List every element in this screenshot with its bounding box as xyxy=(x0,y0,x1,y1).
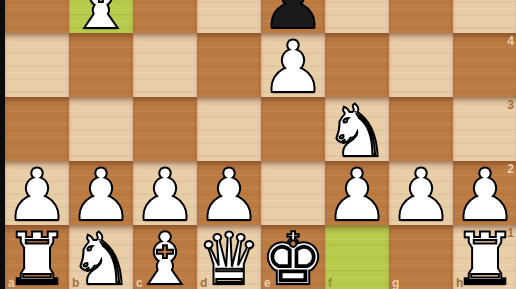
square-b5[interactable]: ♝ xyxy=(69,0,133,33)
rank-coordinate-2: 2 xyxy=(507,163,514,175)
square-a3[interactable] xyxy=(5,97,69,161)
square-g2[interactable]: ♟ xyxy=(389,161,453,225)
letterbox-strip xyxy=(0,0,5,289)
square-b1[interactable]: ♞b xyxy=(69,225,133,289)
square-d4[interactable] xyxy=(197,33,261,97)
square-g1[interactable]: g xyxy=(389,225,453,289)
square-c1[interactable]: ♝c xyxy=(133,225,197,289)
square-e3[interactable] xyxy=(261,97,325,161)
file-coordinate-g: g xyxy=(392,277,399,289)
square-a1[interactable]: ♜a xyxy=(5,225,69,289)
square-f3[interactable]: ♞ xyxy=(325,97,389,161)
square-f4[interactable] xyxy=(325,33,389,97)
rank-coordinate-3: 3 xyxy=(507,99,514,111)
file-coordinate-a: a xyxy=(8,277,15,289)
square-a5[interactable] xyxy=(5,0,69,33)
square-g5[interactable] xyxy=(389,0,453,33)
square-c2[interactable]: ♟ xyxy=(133,161,197,225)
white-pawn-e4[interactable]: ♟ xyxy=(261,31,326,103)
square-g3[interactable] xyxy=(389,97,453,161)
rank-coordinate-1: 1 xyxy=(507,227,514,239)
white-pawn-f2[interactable]: ♟ xyxy=(325,159,390,231)
square-h3[interactable]: 3 xyxy=(453,97,516,161)
square-d2[interactable]: ♟ xyxy=(197,161,261,225)
square-a2[interactable]: ♟ xyxy=(5,161,69,225)
square-b2[interactable]: ♟ xyxy=(69,161,133,225)
file-coordinate-b: b xyxy=(72,277,79,289)
rank-coordinate-4: 4 xyxy=(507,35,514,47)
file-coordinate-f: f xyxy=(328,277,332,289)
square-g4[interactable] xyxy=(389,33,453,97)
white-pawn-g2[interactable]: ♟ xyxy=(389,159,454,231)
file-coordinate-d: d xyxy=(200,277,207,289)
square-h1[interactable]: ♜1h xyxy=(453,225,516,289)
square-f1[interactable]: f xyxy=(325,225,389,289)
square-h2[interactable]: ♟2 xyxy=(453,161,516,225)
square-f5[interactable] xyxy=(325,0,389,33)
square-b3[interactable] xyxy=(69,97,133,161)
file-coordinate-c: c xyxy=(136,277,143,289)
file-coordinate-h: h xyxy=(456,277,463,289)
square-c4[interactable] xyxy=(133,33,197,97)
square-e2[interactable] xyxy=(261,161,325,225)
square-b4[interactable] xyxy=(69,33,133,97)
square-f2[interactable]: ♟ xyxy=(325,161,389,225)
square-c3[interactable] xyxy=(133,97,197,161)
square-d5[interactable] xyxy=(197,0,261,33)
square-d1[interactable]: ♛d xyxy=(197,225,261,289)
square-c5[interactable] xyxy=(133,0,197,33)
square-h5[interactable] xyxy=(453,0,516,33)
board-grid: ♝♟♟4♞3♟♟♟♟♟♟♟2♜a♞b♝c♛d♚efg♜1h xyxy=(5,0,516,289)
chess-board-screenshot: ♝♟♟4♞3♟♟♟♟♟♟♟2♜a♞b♝c♛d♚efg♜1h xyxy=(0,0,516,289)
square-d3[interactable] xyxy=(197,97,261,161)
square-e4[interactable]: ♟ xyxy=(261,33,325,97)
square-h4[interactable]: 4 xyxy=(453,33,516,97)
file-coordinate-e: e xyxy=(264,277,271,289)
square-e1[interactable]: ♚e xyxy=(261,225,325,289)
square-a4[interactable] xyxy=(5,33,69,97)
